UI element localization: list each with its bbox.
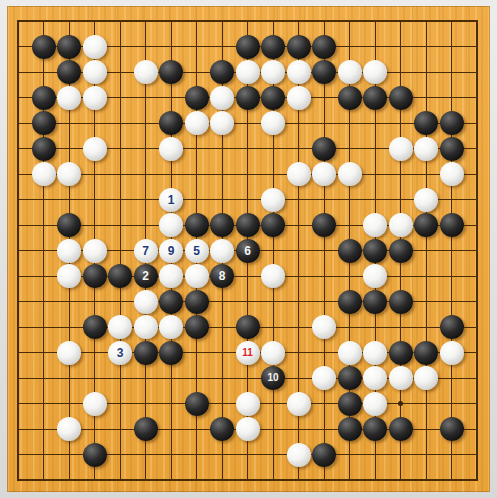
move-number-label: 8 <box>219 270 226 282</box>
black-stone-c8-r16[interactable] <box>185 392 209 416</box>
black-stone-c9-r11[interactable]: 8 <box>210 264 234 288</box>
black-stone-c8-r9[interactable] <box>185 213 209 237</box>
white-stone-c17-r15[interactable] <box>414 366 438 390</box>
black-stone-c15-r10[interactable] <box>363 239 387 263</box>
white-stone-c8-r5[interactable] <box>185 111 209 135</box>
white-stone-c9-r10[interactable] <box>210 239 234 263</box>
white-stone-c11-r8[interactable] <box>261 188 285 212</box>
move-number-label: 2 <box>142 270 149 282</box>
white-stone-c16-r6[interactable] <box>389 137 413 161</box>
black-stone-c4-r18[interactable] <box>83 443 107 467</box>
white-stone-c4-r10[interactable] <box>83 239 107 263</box>
black-stone-c15-r12[interactable] <box>363 290 387 314</box>
black-stone-c3-r3[interactable] <box>57 60 81 84</box>
black-stone-c10-r10[interactable]: 6 <box>236 239 260 263</box>
go-game-screenshot: 179562831110 <box>0 0 497 498</box>
black-stone-c7-r14[interactable] <box>159 341 183 365</box>
black-stone-c2-r6[interactable] <box>32 137 56 161</box>
black-stone-c2-r5[interactable] <box>32 111 56 135</box>
black-stone-c13-r3[interactable] <box>312 60 336 84</box>
black-stone-c9-r9[interactable] <box>210 213 234 237</box>
white-stone-c5-r13[interactable] <box>108 315 132 339</box>
white-stone-c16-r9[interactable] <box>389 213 413 237</box>
black-stone-c11-r2[interactable] <box>261 35 285 59</box>
black-stone-c10-r13[interactable] <box>236 315 260 339</box>
black-stone-c7-r5[interactable] <box>159 111 183 135</box>
black-stone-c14-r17[interactable] <box>338 417 362 441</box>
white-stone-c6-r3[interactable] <box>134 60 158 84</box>
white-stone-c6-r12[interactable] <box>134 290 158 314</box>
black-stone-c18-r17[interactable] <box>440 417 464 441</box>
black-stone-c16-r4[interactable] <box>389 86 413 110</box>
white-stone-c2-r7[interactable] <box>32 162 56 186</box>
black-stone-c18-r13[interactable] <box>440 315 464 339</box>
white-stone-c8-r10[interactable]: 5 <box>185 239 209 263</box>
white-stone-c15-r15[interactable] <box>363 366 387 390</box>
white-stone-c3-r14[interactable] <box>57 341 81 365</box>
black-stone-c17-r9[interactable] <box>414 213 438 237</box>
white-stone-c7-r13[interactable] <box>159 315 183 339</box>
black-stone-c13-r9[interactable] <box>312 213 336 237</box>
white-stone-c4-r16[interactable] <box>83 392 107 416</box>
black-stone-c16-r12[interactable] <box>389 290 413 314</box>
black-stone-c15-r4[interactable] <box>363 86 387 110</box>
black-stone-c3-r2[interactable] <box>57 35 81 59</box>
white-stone-c13-r13[interactable] <box>312 315 336 339</box>
white-stone-c10-r16[interactable] <box>236 392 260 416</box>
white-stone-c5-r14[interactable]: 3 <box>108 341 132 365</box>
move-number-label: 7 <box>142 245 149 257</box>
black-stone-c13-r2[interactable] <box>312 35 336 59</box>
grid-line-vertical <box>324 20 325 481</box>
white-stone-c3-r7[interactable] <box>57 162 81 186</box>
white-stone-c7-r11[interactable] <box>159 264 183 288</box>
black-stone-c11-r9[interactable] <box>261 213 285 237</box>
black-stone-c12-r2[interactable] <box>287 35 311 59</box>
white-stone-c14-r3[interactable] <box>338 60 362 84</box>
white-stone-c14-r14[interactable] <box>338 341 362 365</box>
black-stone-c2-r4[interactable] <box>32 86 56 110</box>
white-stone-c6-r13[interactable] <box>134 315 158 339</box>
white-stone-c10-r14[interactable]: 11 <box>236 341 260 365</box>
white-stone-c3-r17[interactable] <box>57 417 81 441</box>
move-number-label: 6 <box>244 245 251 257</box>
black-stone-c13-r18[interactable] <box>312 443 336 467</box>
white-stone-c3-r4[interactable] <box>57 86 81 110</box>
white-stone-c12-r4[interactable] <box>287 86 311 110</box>
grid-line-horizontal <box>17 479 478 481</box>
black-stone-c14-r16[interactable] <box>338 392 362 416</box>
white-stone-c15-r14[interactable] <box>363 341 387 365</box>
black-stone-c16-r17[interactable] <box>389 417 413 441</box>
black-stone-c6-r14[interactable] <box>134 341 158 365</box>
white-stone-c4-r3[interactable] <box>83 60 107 84</box>
black-stone-c9-r3[interactable] <box>210 60 234 84</box>
star-point <box>398 401 403 406</box>
black-stone-c16-r10[interactable] <box>389 239 413 263</box>
white-stone-c15-r9[interactable] <box>363 213 387 237</box>
grid-line-vertical <box>451 20 452 481</box>
black-stone-c18-r5[interactable] <box>440 111 464 135</box>
white-stone-c11-r3[interactable] <box>261 60 285 84</box>
black-stone-c7-r3[interactable] <box>159 60 183 84</box>
white-stone-c7-r8[interactable]: 1 <box>159 188 183 212</box>
black-stone-c10-r2[interactable] <box>236 35 260 59</box>
black-stone-c3-r9[interactable] <box>57 213 81 237</box>
white-stone-c9-r5[interactable] <box>210 111 234 135</box>
white-stone-c18-r7[interactable] <box>440 162 464 186</box>
move-number-label: 11 <box>242 348 253 358</box>
black-stone-c15-r17[interactable] <box>363 417 387 441</box>
white-stone-c12-r16[interactable] <box>287 392 311 416</box>
black-stone-c8-r12[interactable] <box>185 290 209 314</box>
black-stone-c11-r15[interactable]: 10 <box>261 366 285 390</box>
white-stone-c15-r16[interactable] <box>363 392 387 416</box>
black-stone-c13-r6[interactable] <box>312 137 336 161</box>
white-stone-c11-r14[interactable] <box>261 341 285 365</box>
white-stone-c18-r14[interactable] <box>440 341 464 365</box>
white-stone-c13-r7[interactable] <box>312 162 336 186</box>
grid-line-vertical <box>426 20 427 481</box>
move-number-label: 10 <box>267 373 278 383</box>
black-stone-c4-r11[interactable] <box>83 264 107 288</box>
move-number-label: 5 <box>193 245 200 257</box>
white-stone-c11-r5[interactable] <box>261 111 285 135</box>
black-stone-c18-r6[interactable] <box>440 137 464 161</box>
move-number-label: 3 <box>117 347 124 359</box>
black-stone-c7-r12[interactable] <box>159 290 183 314</box>
white-stone-c17-r6[interactable] <box>414 137 438 161</box>
black-stone-c17-r5[interactable] <box>414 111 438 135</box>
black-stone-c10-r9[interactable] <box>236 213 260 237</box>
white-stone-c4-r6[interactable] <box>83 137 107 161</box>
white-stone-c3-r10[interactable] <box>57 239 81 263</box>
black-stone-c5-r11[interactable] <box>108 264 132 288</box>
white-stone-c4-r2[interactable] <box>83 35 107 59</box>
black-stone-c6-r11[interactable]: 2 <box>134 264 158 288</box>
black-stone-c16-r14[interactable] <box>389 341 413 365</box>
white-stone-c10-r3[interactable] <box>236 60 260 84</box>
white-stone-c13-r15[interactable] <box>312 366 336 390</box>
black-stone-c4-r13[interactable] <box>83 315 107 339</box>
white-stone-c7-r6[interactable] <box>159 137 183 161</box>
white-stone-c12-r7[interactable] <box>287 162 311 186</box>
white-stone-c11-r11[interactable] <box>261 264 285 288</box>
black-stone-c17-r14[interactable] <box>414 341 438 365</box>
black-stone-c14-r12[interactable] <box>338 290 362 314</box>
white-stone-c10-r17[interactable] <box>236 417 260 441</box>
black-stone-c9-r17[interactable] <box>210 417 234 441</box>
black-stone-c14-r15[interactable] <box>338 366 362 390</box>
grid-line-vertical <box>476 20 478 481</box>
white-stone-c15-r3[interactable] <box>363 60 387 84</box>
black-stone-c11-r4[interactable] <box>261 86 285 110</box>
black-stone-c2-r2[interactable] <box>32 35 56 59</box>
white-stone-c6-r10[interactable]: 7 <box>134 239 158 263</box>
white-stone-c4-r4[interactable] <box>83 86 107 110</box>
white-stone-c12-r18[interactable] <box>287 443 311 467</box>
black-stone-c8-r4[interactable] <box>185 86 209 110</box>
white-stone-c14-r7[interactable] <box>338 162 362 186</box>
move-number-label: 1 <box>168 194 175 206</box>
white-stone-c8-r11[interactable] <box>185 264 209 288</box>
white-stone-c7-r10[interactable]: 9 <box>159 239 183 263</box>
black-stone-c6-r17[interactable] <box>134 417 158 441</box>
black-stone-c14-r10[interactable] <box>338 239 362 263</box>
move-number-label: 9 <box>168 245 175 257</box>
white-stone-c16-r15[interactable] <box>389 366 413 390</box>
black-stone-c10-r4[interactable] <box>236 86 260 110</box>
white-stone-c12-r3[interactable] <box>287 60 311 84</box>
white-stone-c17-r8[interactable] <box>414 188 438 212</box>
white-stone-c9-r4[interactable] <box>210 86 234 110</box>
white-stone-c7-r9[interactable] <box>159 213 183 237</box>
black-stone-c14-r4[interactable] <box>338 86 362 110</box>
white-stone-c15-r11[interactable] <box>363 264 387 288</box>
white-stone-c3-r11[interactable] <box>57 264 81 288</box>
black-stone-c8-r13[interactable] <box>185 315 209 339</box>
go-board[interactable]: 179562831110 <box>0 0 497 498</box>
black-stone-c18-r9[interactable] <box>440 213 464 237</box>
